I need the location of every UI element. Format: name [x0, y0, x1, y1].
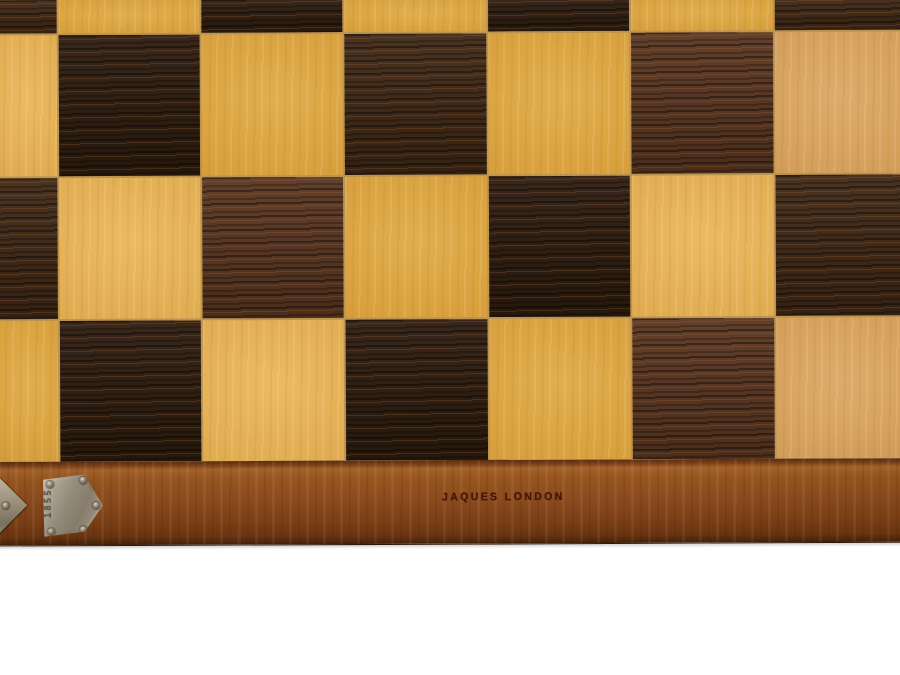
rivet-icon	[93, 502, 100, 509]
board-square[interactable]	[344, 0, 486, 32]
board-square[interactable]	[346, 319, 488, 460]
rivet-icon	[48, 528, 55, 535]
board-square[interactable]	[631, 0, 773, 31]
board-square[interactable]	[488, 33, 629, 174]
board-square[interactable]	[489, 319, 630, 460]
board-square[interactable]	[345, 176, 487, 317]
board-square[interactable]	[631, 32, 773, 173]
board-square[interactable]	[60, 320, 201, 461]
board-square[interactable]	[489, 176, 630, 317]
board-square[interactable]	[201, 34, 342, 175]
board-square[interactable]	[59, 178, 200, 319]
rivet-icon	[80, 526, 87, 533]
board-square[interactable]	[488, 0, 629, 31]
board-square[interactable]	[58, 0, 199, 33]
board-frame: JAQUES LONDON 1855	[0, 458, 900, 546]
maker-stamp-text: JAQUES LONDON	[442, 490, 565, 503]
badge-stamped-text: 1855	[43, 488, 53, 518]
rivet-icon	[2, 502, 9, 509]
board-square[interactable]	[775, 32, 900, 173]
registration-badge: 1855	[40, 474, 103, 538]
board-square[interactable]	[201, 0, 342, 33]
board-square[interactable]	[0, 178, 58, 319]
board-square[interactable]	[202, 177, 343, 318]
photo-content: JAQUES LONDON 1855	[0, 0, 900, 675]
board-square[interactable]	[632, 318, 774, 459]
board-square[interactable]	[0, 321, 58, 462]
board-square[interactable]	[776, 174, 900, 315]
board-square[interactable]	[203, 320, 344, 461]
board-square[interactable]	[632, 175, 774, 316]
chessboard	[0, 0, 900, 462]
board-square[interactable]	[0, 35, 57, 176]
rivet-icon	[80, 477, 87, 484]
board-square[interactable]	[776, 317, 900, 458]
chessboard-photo: JAQUES LONDON 1855	[0, 0, 900, 675]
rivet-icon	[47, 481, 54, 488]
board-square[interactable]	[0, 0, 57, 33]
board-square[interactable]	[775, 0, 900, 30]
board-square[interactable]	[59, 35, 200, 176]
board-square[interactable]	[344, 33, 486, 174]
